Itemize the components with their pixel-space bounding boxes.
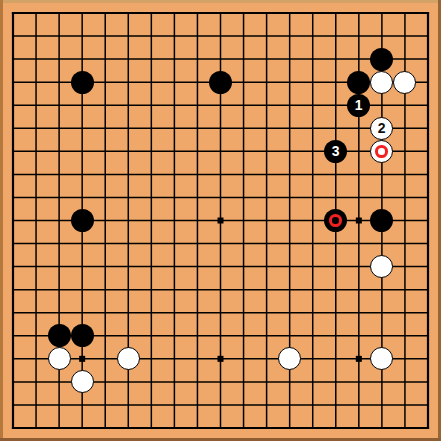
stones-layer: 123: [1, 1, 439, 439]
move-number-label: 3: [332, 144, 340, 158]
white-stone: [370, 347, 393, 370]
black-stone: [209, 71, 232, 94]
white-stone: [117, 347, 140, 370]
go-board: 123: [0, 0, 441, 441]
move-number-label: 1: [355, 98, 363, 112]
white-stone: [393, 71, 416, 94]
white-stone: [370, 71, 393, 94]
black-stone: [370, 209, 393, 232]
circle-marker: [329, 214, 342, 227]
white-stone: 2: [370, 117, 393, 140]
black-stone: [71, 71, 94, 94]
black-stone: [370, 48, 393, 71]
black-stone: 1: [347, 94, 370, 117]
circle-marker: [375, 145, 388, 158]
black-stone: [48, 324, 71, 347]
black-stone: [324, 209, 347, 232]
white-stone: [48, 347, 71, 370]
white-stone: [370, 140, 393, 163]
white-stone: [370, 255, 393, 278]
black-stone: [347, 71, 370, 94]
move-number-label: 2: [378, 121, 386, 135]
black-stone: 3: [324, 140, 347, 163]
black-stone: [71, 209, 94, 232]
white-stone: [278, 347, 301, 370]
white-stone: [71, 370, 94, 393]
black-stone: [71, 324, 94, 347]
